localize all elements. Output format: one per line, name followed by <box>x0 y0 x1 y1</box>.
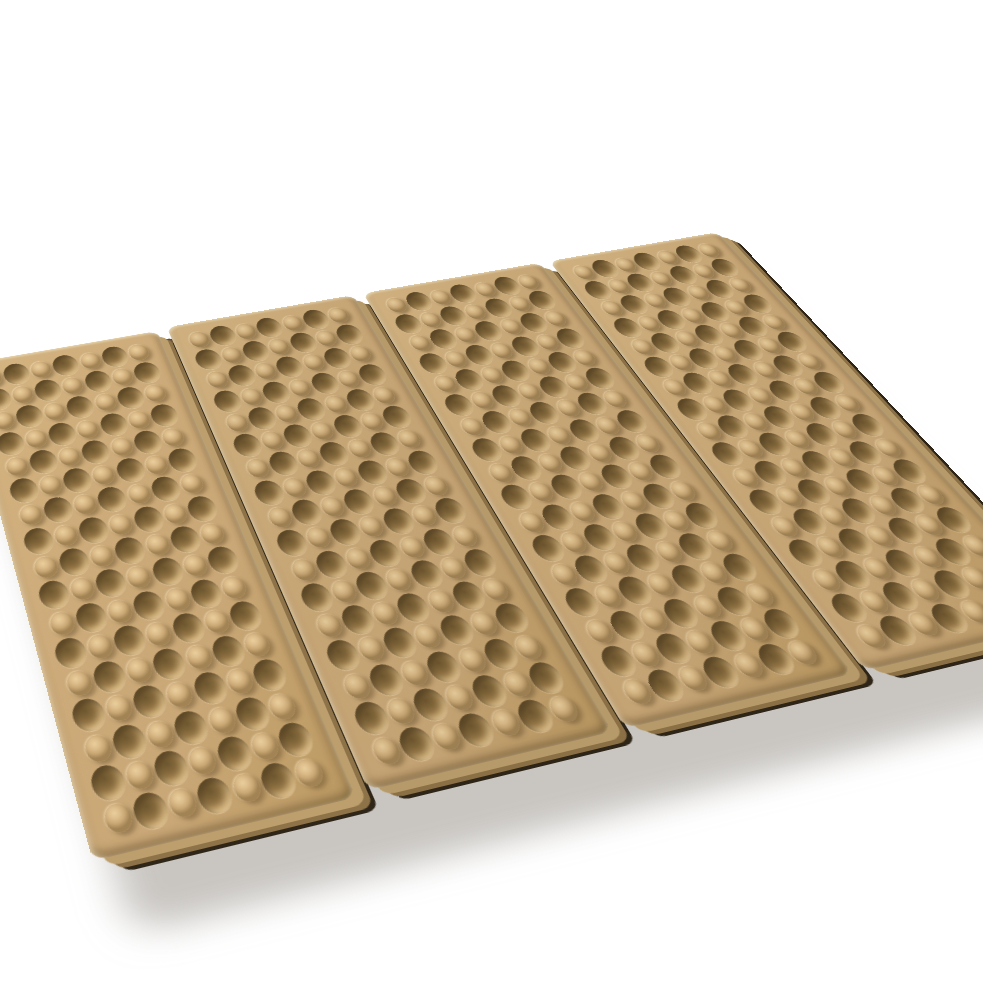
dome-nub <box>91 464 118 486</box>
dome-nub <box>32 555 60 580</box>
dome-nub <box>52 523 79 547</box>
dome-nub <box>124 656 155 684</box>
dome-nub <box>348 345 375 364</box>
dome-nub <box>82 733 114 764</box>
dome-nub <box>104 694 135 724</box>
dome-nub <box>57 446 83 468</box>
dome-nub <box>127 343 152 361</box>
dome-nub <box>43 402 68 422</box>
dome-nub <box>38 474 64 496</box>
dome-nub <box>164 680 196 709</box>
dome-nub <box>106 598 135 624</box>
dome-nub <box>160 427 187 448</box>
dome-nub <box>166 787 200 820</box>
dome-nub <box>68 576 97 602</box>
dome-nub <box>72 493 99 516</box>
dome-nub <box>161 502 189 525</box>
dome-nub <box>371 385 399 405</box>
dome-nub <box>145 719 177 750</box>
dome-nub <box>125 565 154 590</box>
dome-nub <box>202 608 233 635</box>
folding-foam-pad <box>0 232 983 882</box>
dome-nub <box>144 533 173 557</box>
dome-nub <box>4 456 30 478</box>
dome-nub <box>17 504 44 527</box>
dome-nub <box>163 586 193 612</box>
dome-nub <box>266 692 299 722</box>
dome-nub <box>107 513 135 537</box>
dome-nub <box>93 393 118 413</box>
dome-nub <box>395 429 424 450</box>
dome-nub <box>293 757 328 789</box>
dome-nub <box>124 759 157 791</box>
dome-nub <box>85 633 115 661</box>
dome-nub <box>219 574 249 600</box>
dome-nub <box>29 360 53 379</box>
dome-nub <box>61 376 86 395</box>
dome-nub <box>206 705 239 735</box>
dome-nub <box>143 454 170 476</box>
dome-nub <box>75 419 101 440</box>
dome-nub <box>102 802 135 836</box>
dome-nub <box>110 367 135 386</box>
dome-nub <box>11 385 35 405</box>
dome-nub <box>88 544 116 569</box>
dome-nub <box>187 331 212 349</box>
dome-nub <box>47 610 76 637</box>
dome-nub <box>24 428 49 449</box>
dome-nub <box>179 473 207 495</box>
dome-nub <box>126 483 153 506</box>
dome-nub <box>184 643 215 671</box>
dome-nub <box>64 669 94 698</box>
pad-scene <box>14 126 944 856</box>
dome-nub <box>78 351 102 370</box>
dome-nub <box>326 306 352 323</box>
dome-nub <box>181 553 210 578</box>
dome-nub <box>0 411 16 431</box>
dome-nub <box>422 475 452 497</box>
dome-nub <box>198 522 227 546</box>
dome-nub <box>109 436 135 457</box>
dome-nub <box>242 631 274 659</box>
dome-nub <box>144 620 174 647</box>
product-photo <box>0 0 983 983</box>
dome-nub <box>187 745 220 777</box>
dome-nub <box>143 384 169 404</box>
dome-nub <box>126 409 152 429</box>
